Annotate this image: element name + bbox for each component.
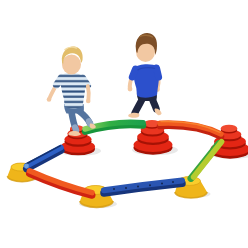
toddler-right-arm [88, 86, 89, 99]
balance-course-scene [0, 0, 248, 248]
product-photo [0, 0, 248, 248]
toddler-face [62, 55, 81, 75]
